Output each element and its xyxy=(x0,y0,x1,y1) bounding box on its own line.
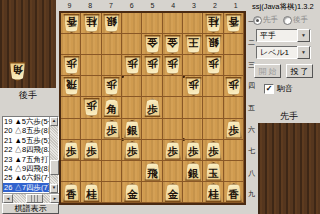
sente-piece-歩[interactable]: 歩 xyxy=(124,141,141,160)
square-73[interactable] xyxy=(102,55,122,76)
square-32[interactable]: 王 xyxy=(183,34,203,55)
square-21[interactable]: 桂 xyxy=(203,13,223,34)
square-92[interactable] xyxy=(61,34,81,55)
sente-piece-歩[interactable]: 歩 xyxy=(164,141,181,160)
square-52[interactable]: 金 xyxy=(142,34,162,55)
sente-piece-歩[interactable]: 歩 xyxy=(144,98,161,117)
file-label-5: 5 xyxy=(142,1,163,10)
file-label-1: 1 xyxy=(225,1,246,10)
square-86[interactable] xyxy=(81,119,101,140)
handicap-value: 平手 xyxy=(260,30,276,41)
gote-piece-王[interactable]: 王 xyxy=(185,35,202,54)
square-28[interactable]: 玉 xyxy=(203,161,223,182)
move-row-23[interactable]: 23 ▲7五角打 xyxy=(3,155,49,164)
square-47[interactable]: 歩 xyxy=(163,140,183,161)
square-56[interactable] xyxy=(142,119,162,140)
square-27[interactable]: 歩 xyxy=(203,140,223,161)
sente-piece-歩[interactable]: 歩 xyxy=(83,141,100,160)
sente-piece-金[interactable]: 金 xyxy=(124,183,141,202)
square-72[interactable] xyxy=(102,34,122,55)
file-label-4: 4 xyxy=(163,1,184,10)
square-34[interactable]: 歩 xyxy=(183,76,203,97)
gote-piece-歩[interactable]: 歩 xyxy=(83,98,100,117)
square-93[interactable]: 歩 xyxy=(61,55,81,76)
dropdown-arrow-icon[interactable]: ▼ xyxy=(297,29,310,42)
piece-sound-checkbox[interactable]: ✓ 駒音 xyxy=(264,83,293,94)
square-88[interactable] xyxy=(81,161,101,182)
gote-player-label: 後手 xyxy=(0,90,56,100)
square-66[interactable]: 銀 xyxy=(122,119,142,140)
radio-selected-icon xyxy=(253,16,262,25)
rank-label-六: 六 xyxy=(247,119,256,141)
sente-piece-金[interactable]: 金 xyxy=(164,183,181,202)
square-42[interactable]: 金 xyxy=(163,34,183,55)
square-89[interactable]: 桂 xyxy=(81,182,101,203)
gote-piece-歩[interactable]: 歩 xyxy=(103,77,120,96)
square-69[interactable]: 金 xyxy=(122,182,142,203)
scrollbar-track-horizontal[interactable] xyxy=(13,194,50,203)
shogi-board[interactable]: 香桂銀桂香金金王銀歩歩歩歩歩飛歩歩歩歩角歩歩銀歩歩歩歩歩歩歩飛銀玉香桂金金桂香 xyxy=(59,11,246,205)
square-82[interactable] xyxy=(81,34,101,55)
sente-piece-香[interactable]: 香 xyxy=(63,183,80,202)
sente-player-label: 先手 xyxy=(258,111,320,121)
sente-piece-銀[interactable]: 銀 xyxy=(185,162,202,181)
square-12[interactable] xyxy=(224,34,244,55)
square-29[interactable]: 桂 xyxy=(203,182,223,203)
sente-piece-歩[interactable]: 歩 xyxy=(225,120,242,139)
square-51[interactable] xyxy=(142,13,162,34)
square-87[interactable]: 歩 xyxy=(81,140,101,161)
sente-piece-歩[interactable]: 歩 xyxy=(185,141,202,160)
sente-piece-飛[interactable]: 飛 xyxy=(144,162,161,181)
square-31[interactable] xyxy=(183,13,203,34)
square-26[interactable] xyxy=(203,119,223,140)
gote-hand-piece-角[interactable]: 角 xyxy=(9,62,26,81)
gote-piece-金[interactable]: 金 xyxy=(164,35,181,54)
file-label-6: 6 xyxy=(121,1,142,10)
resign-button[interactable]: 投 了 xyxy=(286,64,313,78)
square-39[interactable] xyxy=(183,182,203,203)
square-84[interactable] xyxy=(81,76,101,97)
square-25[interactable] xyxy=(203,97,223,118)
square-49[interactable]: 金 xyxy=(163,182,183,203)
move-row-22[interactable]: 22 △8四飛(8二 xyxy=(3,145,49,154)
move-list[interactable]: 19 ▲5六歩(5七20 △8五歩(8四21 ▲5五歩(5六22 △8四飛(8二… xyxy=(2,116,59,194)
square-63[interactable]: 歩 xyxy=(122,55,142,76)
handicap-select[interactable]: 平手 ▼ xyxy=(256,29,311,42)
rank-label-五: 五 xyxy=(247,97,256,119)
gote-piece-桂[interactable]: 桂 xyxy=(205,14,222,33)
square-41[interactable] xyxy=(163,13,183,34)
scroll-left-button[interactable]: ◄ xyxy=(3,194,13,203)
square-44[interactable] xyxy=(163,76,183,97)
square-22[interactable]: 銀 xyxy=(203,34,223,55)
square-58[interactable]: 飛 xyxy=(142,161,162,182)
file-label-9: 9 xyxy=(59,1,80,10)
sente-piece-角[interactable]: 角 xyxy=(103,98,120,117)
square-67[interactable]: 歩 xyxy=(122,140,142,161)
square-43[interactable]: 歩 xyxy=(163,55,183,76)
radio-unselected-icon xyxy=(283,16,292,25)
dropdown-arrow-icon[interactable]: ▼ xyxy=(297,46,310,59)
sente-piece-歩[interactable]: 歩 xyxy=(205,141,222,160)
square-15[interactable] xyxy=(224,97,244,118)
square-62[interactable] xyxy=(122,34,142,55)
sente-captured-tray[interactable] xyxy=(258,123,320,214)
square-98[interactable] xyxy=(61,161,81,182)
square-48[interactable] xyxy=(163,161,183,182)
gote-piece-金[interactable]: 金 xyxy=(144,35,161,54)
gote-piece-飛[interactable]: 飛 xyxy=(63,77,80,96)
sente-piece-桂[interactable]: 桂 xyxy=(83,183,100,202)
square-23[interactable]: 歩 xyxy=(203,55,223,76)
rank-label-七: 七 xyxy=(247,140,256,162)
checkmark-icon: ✓ xyxy=(264,84,274,94)
gote-captured-tray[interactable]: 角 xyxy=(0,0,56,88)
scrollbar-track[interactable] xyxy=(50,126,58,184)
square-71[interactable]: 銀 xyxy=(102,13,122,34)
square-17[interactable] xyxy=(224,140,244,161)
square-68[interactable] xyxy=(122,161,142,182)
square-36[interactable] xyxy=(183,119,203,140)
move-list-vertical-scrollbar[interactable]: ▲ ▼ xyxy=(49,117,58,193)
kifu-display-button[interactable]: 棋譜表示 xyxy=(2,203,59,214)
sente-radio-label: 先手 xyxy=(263,15,278,25)
square-59[interactable] xyxy=(142,182,162,203)
scroll-up-button[interactable]: ▲ xyxy=(50,117,58,126)
gote-piece-香[interactable]: 香 xyxy=(63,14,80,33)
square-77[interactable] xyxy=(102,140,122,161)
move-row-20[interactable]: 20 △8五歩(8四 xyxy=(3,126,49,135)
action-buttons: 開 始 投 了 xyxy=(254,64,313,78)
square-61[interactable] xyxy=(122,13,142,34)
square-55[interactable]: 歩 xyxy=(142,97,162,118)
gote-piece-歩[interactable]: 歩 xyxy=(144,56,161,75)
file-label-7: 7 xyxy=(101,1,122,10)
sente-piece-香[interactable]: 香 xyxy=(225,183,242,202)
file-coordinates: 987654321 xyxy=(59,1,246,10)
file-label-2: 2 xyxy=(204,1,225,10)
gote-piece-銀[interactable]: 銀 xyxy=(205,35,222,54)
side-radio-group: 先手 後手 xyxy=(253,15,308,25)
square-83[interactable] xyxy=(81,55,101,76)
piece-sound-label: 駒音 xyxy=(277,83,293,94)
gote-radio[interactable]: 後手 xyxy=(283,15,308,25)
gote-piece-銀[interactable]: 銀 xyxy=(103,14,120,33)
gote-piece-歩[interactable]: 歩 xyxy=(185,77,202,96)
gote-piece-歩[interactable]: 歩 xyxy=(63,56,80,75)
move-row-26[interactable]: 26 △7四歩(7三 xyxy=(3,183,49,192)
square-65[interactable] xyxy=(122,97,142,118)
square-79[interactable] xyxy=(102,182,122,203)
square-24[interactable] xyxy=(203,76,223,97)
square-53[interactable]: 歩 xyxy=(142,55,162,76)
level-select[interactable]: レベル1 ▼ xyxy=(256,46,311,59)
sente-piece-玉[interactable]: 玉 xyxy=(205,162,222,181)
square-95[interactable] xyxy=(61,97,81,118)
start-button[interactable]: 開 始 xyxy=(254,64,281,78)
square-46[interactable] xyxy=(163,119,183,140)
move-row-24[interactable]: 24 △9四飛(8四 xyxy=(3,164,49,173)
control-panel: 先手 後手 平手 ▼ レベル1 ▼ 開 始 投 了 ✓ 駒音 xyxy=(251,13,319,95)
app-title: ssj(Java将棋)1.3.2 xyxy=(252,2,320,12)
gote-piece-歩[interactable]: 歩 xyxy=(124,56,141,75)
square-94[interactable]: 飛 xyxy=(61,76,81,97)
app-window: 角 後手 19 ▲5六歩(5七20 △8五歩(8四21 ▲5五歩(5六22 △8… xyxy=(0,0,320,214)
scrollbar-thumb-horizontal[interactable] xyxy=(26,194,43,203)
square-13[interactable] xyxy=(224,55,244,76)
move-row-19[interactable]: 19 ▲5六歩(5七 xyxy=(3,117,49,126)
sente-piece-歩[interactable]: 歩 xyxy=(63,141,80,160)
square-97[interactable]: 歩 xyxy=(61,140,81,161)
square-76[interactable]: 歩 xyxy=(102,119,122,140)
square-38[interactable]: 銀 xyxy=(183,161,203,182)
file-label-8: 8 xyxy=(80,1,101,10)
gote-piece-歩[interactable]: 歩 xyxy=(205,56,222,75)
square-19[interactable]: 香 xyxy=(224,182,244,203)
sente-piece-銀[interactable]: 銀 xyxy=(124,120,141,139)
rank-label-九: 九 xyxy=(247,183,256,205)
square-16[interactable]: 歩 xyxy=(224,119,244,140)
sente-radio[interactable]: 先手 xyxy=(253,15,278,25)
square-35[interactable] xyxy=(183,97,203,118)
square-18[interactable] xyxy=(224,161,244,182)
file-label-3: 3 xyxy=(184,1,205,10)
gote-radio-label: 後手 xyxy=(293,15,308,25)
gote-piece-歩[interactable]: 歩 xyxy=(225,77,242,96)
sente-piece-歩[interactable]: 歩 xyxy=(103,120,120,139)
square-99[interactable]: 香 xyxy=(61,182,81,203)
square-54[interactable] xyxy=(142,76,162,97)
move-list-rows: 19 ▲5六歩(5七20 △8五歩(8四21 ▲5五歩(5六22 △8四飛(8二… xyxy=(3,117,49,193)
gote-piece-香[interactable]: 香 xyxy=(225,14,242,33)
move-row-21[interactable]: 21 ▲5五歩(5六 xyxy=(3,136,49,145)
gote-piece-桂[interactable]: 桂 xyxy=(83,14,100,33)
square-45[interactable] xyxy=(163,97,183,118)
square-57[interactable] xyxy=(142,140,162,161)
rank-label-八: 八 xyxy=(247,162,256,184)
square-11[interactable]: 香 xyxy=(224,13,244,34)
move-row-25[interactable]: 25 ▲6六銀(7七 xyxy=(3,173,49,182)
gote-piece-歩[interactable]: 歩 xyxy=(164,56,181,75)
square-64[interactable] xyxy=(122,76,142,97)
square-81[interactable]: 桂 xyxy=(81,13,101,34)
square-14[interactable]: 歩 xyxy=(224,76,244,97)
square-96[interactable] xyxy=(61,119,81,140)
scrollbar-thumb[interactable] xyxy=(50,160,59,175)
square-74[interactable]: 歩 xyxy=(102,76,122,97)
square-33[interactable] xyxy=(183,55,203,76)
square-75[interactable]: 角 xyxy=(102,97,122,118)
scroll-down-button[interactable]: ▼ xyxy=(50,184,58,193)
level-value: レベル1 xyxy=(260,47,289,58)
square-78[interactable] xyxy=(102,161,122,182)
square-91[interactable]: 香 xyxy=(61,13,81,34)
sente-piece-桂[interactable]: 桂 xyxy=(205,183,222,202)
square-37[interactable]: 歩 xyxy=(183,140,203,161)
square-85[interactable]: 歩 xyxy=(81,97,101,118)
